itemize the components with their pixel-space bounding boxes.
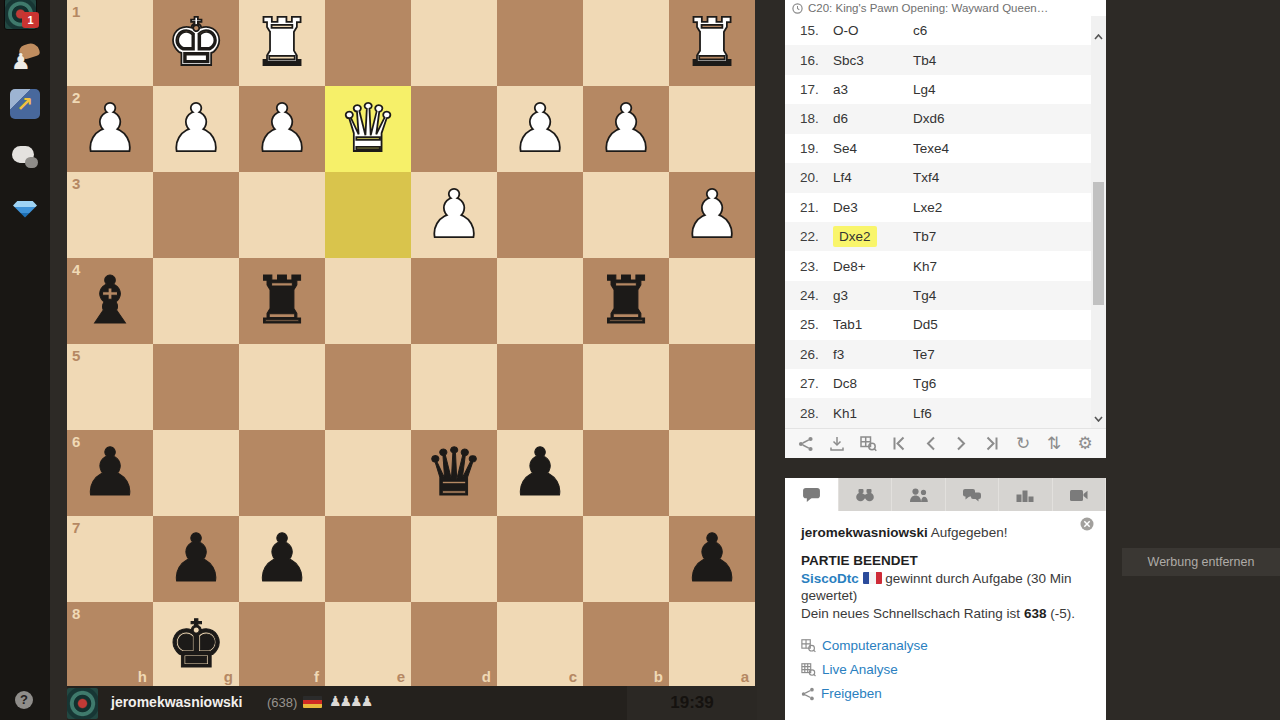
square-a1[interactable]: ♜ (669, 0, 755, 86)
white-pawn[interactable]: ♟ (153, 86, 239, 172)
square-b8[interactable]: b (583, 602, 669, 686)
chat-author[interactable]: jeromekwasniowski (801, 525, 928, 540)
black-pawn[interactable]: ♟ (669, 516, 755, 602)
move-number: 24. (800, 288, 833, 303)
flip-board-icon[interactable]: ⇅ (1043, 435, 1065, 453)
square-e1[interactable] (325, 0, 411, 86)
move-row: 21.De3Lxe2 (785, 193, 1106, 222)
white-move[interactable]: Se4 (833, 141, 913, 156)
white-move[interactable]: d6 (833, 111, 913, 126)
share-icon[interactable] (795, 435, 817, 453)
player-clock: 19:39 (627, 686, 757, 720)
mute-chat-icon[interactable] (1080, 517, 1094, 534)
white-move[interactable]: Lf4 (833, 170, 913, 185)
square-e8[interactable]: e (325, 602, 411, 686)
move-number: 16. (800, 53, 833, 68)
square-e3[interactable] (325, 172, 411, 258)
square-a4[interactable] (669, 258, 755, 344)
rank-label: 1 (72, 3, 80, 20)
black-move[interactable]: Kh7 (913, 259, 1106, 274)
black-move[interactable]: Lxe2 (913, 200, 1106, 215)
square-g1[interactable]: ♚ (153, 0, 239, 86)
white-move[interactable]: O-O (833, 23, 913, 38)
square-a6[interactable] (669, 430, 755, 516)
black-move[interactable]: Texe4 (913, 141, 1106, 156)
white-king[interactable]: ♚ (153, 0, 239, 86)
move-number: 27. (800, 376, 833, 391)
france-flag-icon (863, 572, 882, 584)
black-move[interactable]: Tb7 (913, 229, 1106, 244)
black-move[interactable]: Tg6 (913, 376, 1106, 391)
white-move[interactable]: Tab1 (833, 317, 913, 332)
game-over-title: PARTIE BEENDET (801, 553, 1090, 568)
move-row: 28.Kh1Lf6 (785, 398, 1106, 427)
chat-tabs (785, 478, 1106, 511)
square-g3[interactable] (153, 172, 239, 258)
square-h3[interactable]: 3 (67, 172, 153, 258)
black-move[interactable]: Txf4 (913, 170, 1106, 185)
move-toolbar: ↻ ⇅ ⚙ (785, 428, 1106, 458)
white-move[interactable]: f3 (833, 347, 913, 362)
tab-players[interactable] (892, 478, 946, 511)
pawn-icon: ♟ (11, 49, 31, 74)
white-pawn[interactable]: ♟ (497, 86, 583, 172)
chat-content: jeromekwasniowski Aufgegeben! PARTIE BEE… (785, 511, 1106, 701)
move-number: 23. (800, 259, 833, 274)
white-pawn[interactable]: ♟ (411, 172, 497, 258)
chat-text: Aufgegeben! (931, 525, 1008, 540)
black-pawn[interactable]: ♟ (153, 516, 239, 602)
square-d2[interactable] (411, 86, 497, 172)
analysis-board-icon[interactable] (857, 435, 879, 453)
white-pawn[interactable]: ♟ (239, 86, 325, 172)
square-g4[interactable] (153, 258, 239, 344)
square-f1[interactable]: ♜ (239, 0, 325, 86)
move-number: 19. (800, 141, 833, 156)
black-bishop[interactable]: ♝ (67, 258, 153, 344)
square-f4[interactable]: ♜ (239, 258, 325, 344)
white-pawn[interactable]: ♟ (67, 86, 153, 172)
square-c2[interactable]: ♟ (497, 86, 583, 172)
white-move[interactable]: Kh1 (833, 406, 913, 421)
move-list: 15.O-Oc616.Sbc3Tb417.a3Lg418.d6Dxd619.Se… (785, 16, 1106, 428)
square-h4[interactable]: 4♝ (67, 258, 153, 344)
square-b5[interactable] (583, 344, 669, 430)
square-b3[interactable] (583, 172, 669, 258)
podium-chart-icon (1016, 488, 1034, 502)
move-row: 27.Dc8Tg6 (785, 369, 1106, 398)
tab-recordings[interactable] (1053, 478, 1107, 511)
white-rook[interactable]: ♜ (239, 0, 325, 86)
tab-messages[interactable] (946, 478, 1000, 511)
square-f7[interactable]: ♟ (239, 516, 325, 602)
white-queen[interactable]: ♛ (325, 86, 411, 172)
scroll-down-icon[interactable] (1091, 410, 1106, 428)
square-c8[interactable]: c (497, 602, 583, 686)
square-h6[interactable]: 6♟ (67, 430, 153, 516)
square-c6[interactable]: ♟ (497, 430, 583, 516)
black-move[interactable]: c6 (913, 23, 1106, 38)
captured-pawns: ♟♟♟♟ (329, 693, 371, 709)
move-row: 25.Tab1Dd5 (785, 310, 1106, 339)
black-move[interactable]: Tg4 (913, 288, 1106, 303)
winner-name[interactable]: SiscoDtc (801, 571, 859, 586)
black-pawn[interactable]: ♟ (497, 430, 583, 516)
move-row: 22.Dxe2Tb7 (785, 222, 1106, 251)
player-bar: jeromekwasniowski (638) ♟♟♟♟ 19:39 (67, 686, 757, 720)
white-rook[interactable]: ♜ (669, 0, 755, 86)
settings-gear-icon[interactable]: ⚙ (1074, 435, 1096, 453)
square-d7[interactable] (411, 516, 497, 602)
square-a8[interactable]: a (669, 602, 755, 686)
players-icon (909, 488, 928, 502)
rating-line: Dein neues Schnellschach Rating ist 638 … (801, 605, 1090, 622)
live-analysis-link[interactable]: Live Analyse (801, 662, 1090, 677)
help-button[interactable]: ? (15, 691, 33, 709)
black-move[interactable]: Tb4 (913, 53, 1106, 68)
rating-change: (-5). (1050, 606, 1075, 621)
square-g6[interactable] (153, 430, 239, 516)
refresh-icon[interactable]: ↻ (1012, 435, 1034, 453)
square-e7[interactable] (325, 516, 411, 602)
rank-label: 8 (72, 605, 80, 622)
square-c4[interactable] (497, 258, 583, 344)
player-name[interactable]: jeromekwasniowski (111, 694, 243, 710)
player-avatar[interactable] (67, 688, 98, 719)
move-number: 18. (800, 111, 833, 126)
scrollbar-thumb[interactable] (1093, 182, 1104, 305)
chess-board[interactable]: 1♚♜♜2♟♟♟♛♟♟3♟♟4♝♜♜56♟♛♟7♟♟♟8hg♚fedcba (67, 0, 755, 686)
live-analysis-icon (801, 662, 816, 677)
analysis-board-icon (801, 638, 816, 653)
white-move[interactable]: Sbc3 (833, 53, 913, 68)
square-a3[interactable]: ♟ (669, 172, 755, 258)
move-list-scrollbar[interactable] (1091, 16, 1106, 428)
move-number: 22. (800, 229, 833, 244)
move-row: 19.Se4Texe4 (785, 134, 1106, 163)
play-icon[interactable]: ♟ (10, 42, 40, 72)
move-row: 20.Lf4Txf4 (785, 163, 1106, 192)
rank-label: 7 (72, 519, 80, 536)
video-archive-icon (1069, 488, 1088, 502)
file-label: d (482, 668, 491, 685)
remove-ads-button[interactable]: Werbung entfernen (1122, 548, 1280, 576)
square-f6[interactable] (239, 430, 325, 516)
square-e2[interactable]: ♛ (325, 86, 411, 172)
chat-panel: jeromekwasniowski Aufgegeben! PARTIE BEE… (785, 478, 1106, 720)
square-f3[interactable] (239, 172, 325, 258)
black-move[interactable]: Lg4 (913, 82, 1106, 97)
move-number: 21. (800, 200, 833, 215)
square-c1[interactable] (497, 0, 583, 86)
binoculars-icon (855, 488, 875, 502)
germany-flag-icon (303, 696, 322, 708)
new-rating: 638 (1024, 606, 1047, 621)
open-board-icon[interactable]: ↗ (10, 89, 40, 119)
opening-name[interactable]: C20: King's Pawn Opening: Wayward Queen… (785, 0, 1106, 16)
move-row: 17.a3Lg4 (785, 75, 1106, 104)
white-pawn[interactable]: ♟ (669, 172, 755, 258)
white-move[interactable]: De3 (833, 200, 913, 215)
black-move[interactable]: Te7 (913, 347, 1106, 362)
square-h7[interactable]: 7 (67, 516, 153, 602)
download-icon[interactable] (826, 435, 848, 453)
black-rook[interactable]: ♜ (239, 258, 325, 344)
post-game-links: Computeranalyse Live Analyse Freigeben (801, 638, 1090, 701)
diamond-icon[interactable] (10, 194, 40, 224)
player-rating: (638) (267, 695, 297, 710)
square-h8[interactable]: 8h (67, 602, 153, 686)
previous-move-icon[interactable] (919, 435, 941, 453)
black-queen[interactable]: ♛ (411, 430, 497, 516)
rank-label: 3 (72, 175, 80, 192)
scroll-up-icon[interactable] (1091, 28, 1106, 46)
square-e6[interactable] (325, 430, 411, 516)
black-move[interactable]: Lf6 (913, 406, 1106, 421)
black-pawn[interactable]: ♟ (67, 430, 153, 516)
game-result-line: SiscoDtc gewinnt durch Aufgabe (30 Min g… (801, 570, 1090, 604)
white-move[interactable]: a3 (833, 82, 913, 97)
move-number: 20. (800, 170, 833, 185)
square-d3[interactable]: ♟ (411, 172, 497, 258)
sidebar: 1 ♟ ↗ ? (0, 0, 50, 720)
square-e5[interactable] (325, 344, 411, 430)
square-h2[interactable]: 2♟ (67, 86, 153, 172)
square-d1[interactable] (411, 0, 497, 86)
square-b2[interactable]: ♟ (583, 86, 669, 172)
share-icon (801, 687, 815, 701)
square-c7[interactable] (497, 516, 583, 602)
move-number: 17. (800, 82, 833, 97)
square-b1[interactable] (583, 0, 669, 86)
black-pawn[interactable]: ♟ (239, 516, 325, 602)
move-row: 18.d6Dxd6 (785, 104, 1106, 133)
chat-bubble-icon (802, 487, 821, 502)
file-label: f (314, 668, 319, 685)
square-d4[interactable] (411, 258, 497, 344)
square-g7[interactable]: ♟ (153, 516, 239, 602)
white-move[interactable]: g3 (833, 288, 913, 303)
black-king[interactable]: ♚ (153, 602, 239, 686)
white-pawn[interactable]: ♟ (583, 86, 669, 172)
tab-chat[interactable] (785, 478, 839, 511)
share-game-link[interactable]: Freigeben (801, 686, 1090, 701)
last-move-icon[interactable] (981, 435, 1003, 453)
tab-stats[interactable] (999, 478, 1053, 511)
file-label: b (654, 668, 663, 685)
square-h5[interactable]: 5 (67, 344, 153, 430)
square-a7[interactable]: ♟ (669, 516, 755, 602)
opening-clock-icon (792, 3, 803, 14)
square-g2[interactable]: ♟ (153, 86, 239, 172)
file-label: h (138, 668, 147, 685)
square-h1[interactable]: 1 (67, 0, 153, 86)
tab-spectators[interactable] (839, 478, 893, 511)
arrow-up-right-icon: ↗ (17, 94, 34, 114)
file-label: e (397, 668, 405, 685)
file-label: c (569, 668, 577, 685)
black-rook[interactable]: ♜ (583, 258, 669, 344)
square-f8[interactable]: f (239, 602, 325, 686)
double-chat-icon (962, 488, 982, 502)
move-row: 16.Sbc3Tb4 (785, 45, 1106, 74)
square-d8[interactable]: d (411, 602, 497, 686)
move-row: 15.O-Oc6 (785, 16, 1106, 45)
square-d6[interactable]: ♛ (411, 430, 497, 516)
square-b6[interactable] (583, 430, 669, 516)
chat-bubbles-icon[interactable] (10, 142, 40, 172)
square-b4[interactable]: ♜ (583, 258, 669, 344)
first-move-icon[interactable] (888, 435, 910, 453)
square-b7[interactable] (583, 516, 669, 602)
square-c5[interactable] (497, 344, 583, 430)
chat-message: jeromekwasniowski Aufgegeben! (801, 525, 1090, 540)
move-number: 28. (800, 406, 833, 421)
white-move[interactable]: Dxe2 (833, 229, 913, 244)
square-c3[interactable] (497, 172, 583, 258)
black-move[interactable]: Dd5 (913, 317, 1106, 332)
square-e4[interactable] (325, 258, 411, 344)
square-f5[interactable] (239, 344, 325, 430)
computer-analysis-link[interactable]: Computeranalyse (801, 638, 1090, 653)
move-number: 26. (800, 347, 833, 362)
move-row: 23.De8+Kh7 (785, 251, 1106, 280)
square-g8[interactable]: g♚ (153, 602, 239, 686)
square-g5[interactable] (153, 344, 239, 430)
white-move[interactable]: De8+ (833, 259, 913, 274)
move-number: 15. (800, 23, 833, 38)
file-label: a (741, 668, 749, 685)
rank-label: 5 (72, 347, 80, 364)
white-move[interactable]: Dc8 (833, 376, 913, 391)
square-f2[interactable]: ♟ (239, 86, 325, 172)
notification-badge: 1 (22, 12, 39, 28)
square-d5[interactable] (411, 344, 497, 430)
move-panel: C20: King's Pawn Opening: Wayward Queen…… (785, 0, 1106, 458)
move-number: 25. (800, 317, 833, 332)
black-move[interactable]: Dxd6 (913, 111, 1106, 126)
square-a2[interactable] (669, 86, 755, 172)
square-a5[interactable] (669, 344, 755, 430)
move-row: 24.g3Tg4 (785, 281, 1106, 310)
next-move-icon[interactable] (950, 435, 972, 453)
move-row: 26.f3Te7 (785, 340, 1106, 369)
